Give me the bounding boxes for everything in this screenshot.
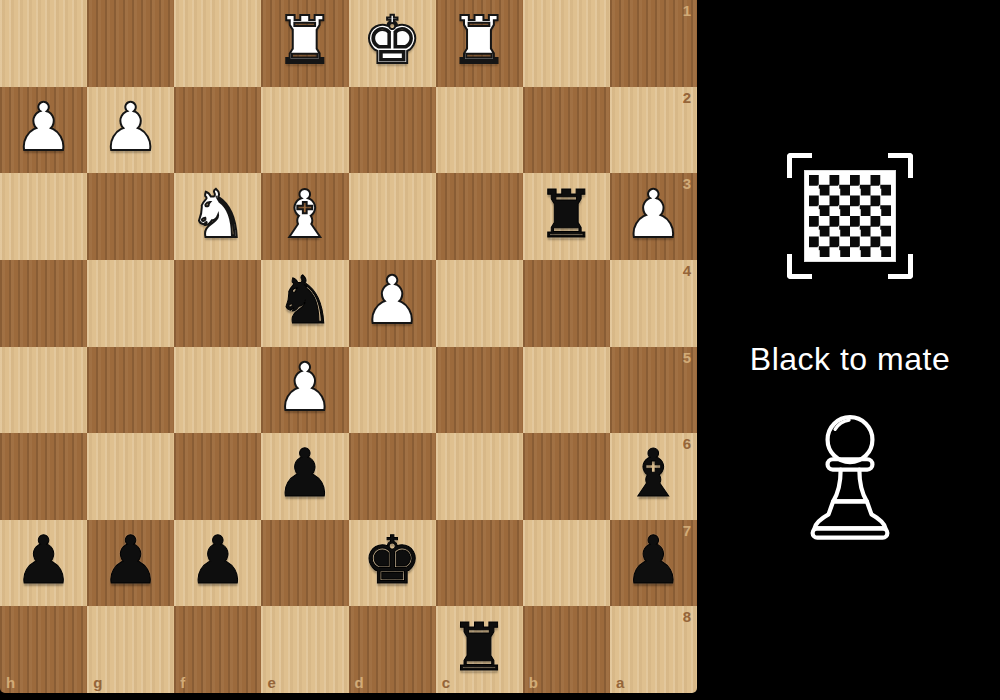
square-g1[interactable]	[87, 0, 174, 87]
square-h1[interactable]	[0, 0, 87, 87]
square-c8[interactable]: ♜c	[436, 606, 523, 693]
black-rook: ♜	[537, 182, 596, 248]
square-e1[interactable]: ♜	[261, 0, 348, 87]
black-pawn: ♟	[624, 528, 683, 594]
square-f7[interactable]: ♟	[174, 520, 261, 607]
rank-label: 7	[683, 523, 691, 538]
square-h6[interactable]	[0, 433, 87, 520]
rank-label: 2	[683, 90, 691, 105]
square-f2[interactable]	[174, 87, 261, 174]
square-f4[interactable]	[174, 260, 261, 347]
rank-label: 3	[683, 176, 691, 191]
black-pawn: ♟	[14, 528, 73, 594]
square-c6[interactable]	[436, 433, 523, 520]
square-g7[interactable]: ♟	[87, 520, 174, 607]
square-b8[interactable]: b	[523, 606, 610, 693]
white-pawn: ♟	[14, 95, 73, 161]
black-knight: ♞	[275, 268, 334, 334]
square-b1[interactable]	[523, 0, 610, 87]
square-h2[interactable]: ♟	[0, 87, 87, 174]
white-pawn: ♟	[624, 182, 683, 248]
white-pawn: ♟	[275, 355, 334, 421]
square-c4[interactable]	[436, 260, 523, 347]
square-e4[interactable]: ♞	[261, 260, 348, 347]
square-a6[interactable]: ♝6	[610, 433, 697, 520]
white-rook: ♜	[450, 8, 509, 74]
square-h8[interactable]: h	[0, 606, 87, 693]
file-label: c	[442, 675, 450, 690]
square-b5[interactable]	[523, 347, 610, 434]
square-e5[interactable]: ♟	[261, 347, 348, 434]
square-c5[interactable]	[436, 347, 523, 434]
bracket-top-left-icon	[787, 153, 812, 178]
square-a7[interactable]: ♟7	[610, 520, 697, 607]
square-b2[interactable]	[523, 87, 610, 174]
square-d2[interactable]	[349, 87, 436, 174]
file-label: f	[180, 675, 185, 690]
bracket-bottom-left-icon	[787, 254, 812, 279]
square-c2[interactable]	[436, 87, 523, 174]
white-knight: ♞	[188, 182, 247, 248]
white-king: ♚	[362, 8, 421, 74]
square-d5[interactable]	[349, 347, 436, 434]
square-g4[interactable]	[87, 260, 174, 347]
board-scan-icon	[787, 153, 913, 279]
file-label: e	[267, 675, 275, 690]
square-h5[interactable]	[0, 347, 87, 434]
square-g2[interactable]: ♟	[87, 87, 174, 174]
rank-label: 4	[683, 263, 691, 278]
square-a8[interactable]: 8a	[610, 606, 697, 693]
square-h7[interactable]: ♟	[0, 520, 87, 607]
bracket-top-right-icon	[888, 153, 913, 178]
square-d8[interactable]: d	[349, 606, 436, 693]
rank-label: 1	[683, 3, 691, 18]
square-e6[interactable]: ♟	[261, 433, 348, 520]
square-a1[interactable]: 1	[610, 0, 697, 87]
square-c7[interactable]	[436, 520, 523, 607]
side-panel: Black to mate	[700, 0, 1000, 700]
square-c1[interactable]: ♜	[436, 0, 523, 87]
square-g5[interactable]	[87, 347, 174, 434]
file-label: h	[6, 675, 15, 690]
square-d7[interactable]: ♚	[349, 520, 436, 607]
square-f6[interactable]	[174, 433, 261, 520]
square-b7[interactable]	[523, 520, 610, 607]
square-h3[interactable]	[0, 173, 87, 260]
chess-board: ♜♚♜1♟♟2♞♝♜♟3♞♟4♟5♟♝6♟♟♟♚♟7hgfed♜cb8a	[0, 0, 697, 693]
square-a2[interactable]: 2	[610, 87, 697, 174]
square-c3[interactable]	[436, 173, 523, 260]
black-pawn: ♟	[101, 528, 160, 594]
square-f5[interactable]	[174, 347, 261, 434]
square-d4[interactable]: ♟	[349, 260, 436, 347]
black-pawn: ♟	[188, 528, 247, 594]
board-pane: ♜♚♜1♟♟2♞♝♜♟3♞♟4♟5♟♝6♟♟♟♚♟7hgfed♜cb8a	[0, 0, 700, 700]
checkerboard-icon	[804, 170, 896, 262]
black-pawn: ♟	[275, 441, 334, 507]
square-f8[interactable]: f	[174, 606, 261, 693]
black-rook: ♜	[450, 615, 509, 681]
square-g6[interactable]	[87, 433, 174, 520]
square-e2[interactable]	[261, 87, 348, 174]
puzzle-screen: ♜♚♜1♟♟2♞♝♜♟3♞♟4♟5♟♝6♟♟♟♚♟7hgfed♜cb8a Bla…	[0, 0, 1000, 700]
square-b4[interactable]	[523, 260, 610, 347]
bracket-bottom-right-icon	[888, 254, 913, 279]
file-label: b	[529, 675, 538, 690]
square-a5[interactable]: 5	[610, 347, 697, 434]
square-d6[interactable]	[349, 433, 436, 520]
outline-pawn-icon	[789, 406, 911, 548]
rank-label: 8	[683, 609, 691, 624]
white-pawn: ♟	[101, 95, 160, 161]
square-e3[interactable]: ♝	[261, 173, 348, 260]
white-bishop: ♝	[275, 182, 334, 248]
square-b3[interactable]: ♜	[523, 173, 610, 260]
square-a4[interactable]: 4	[610, 260, 697, 347]
black-king: ♚	[362, 528, 421, 594]
square-f3[interactable]: ♞	[174, 173, 261, 260]
square-d1[interactable]: ♚	[349, 0, 436, 87]
square-e7[interactable]	[261, 520, 348, 607]
white-pawn: ♟	[362, 268, 421, 334]
rank-label: 5	[683, 350, 691, 365]
file-label: d	[355, 675, 364, 690]
square-e8[interactable]: e	[261, 606, 348, 693]
square-a3[interactable]: ♟3	[610, 173, 697, 260]
puzzle-caption: Black to mate	[750, 341, 950, 378]
file-label: a	[616, 675, 624, 690]
rank-label: 6	[683, 436, 691, 451]
square-g8[interactable]: g	[87, 606, 174, 693]
square-f1[interactable]	[174, 0, 261, 87]
file-label: g	[93, 675, 102, 690]
square-h4[interactable]	[0, 260, 87, 347]
square-g3[interactable]	[87, 173, 174, 260]
square-b6[interactable]	[523, 433, 610, 520]
white-rook: ♜	[275, 8, 334, 74]
black-bishop: ♝	[624, 441, 683, 507]
square-d3[interactable]	[349, 173, 436, 260]
